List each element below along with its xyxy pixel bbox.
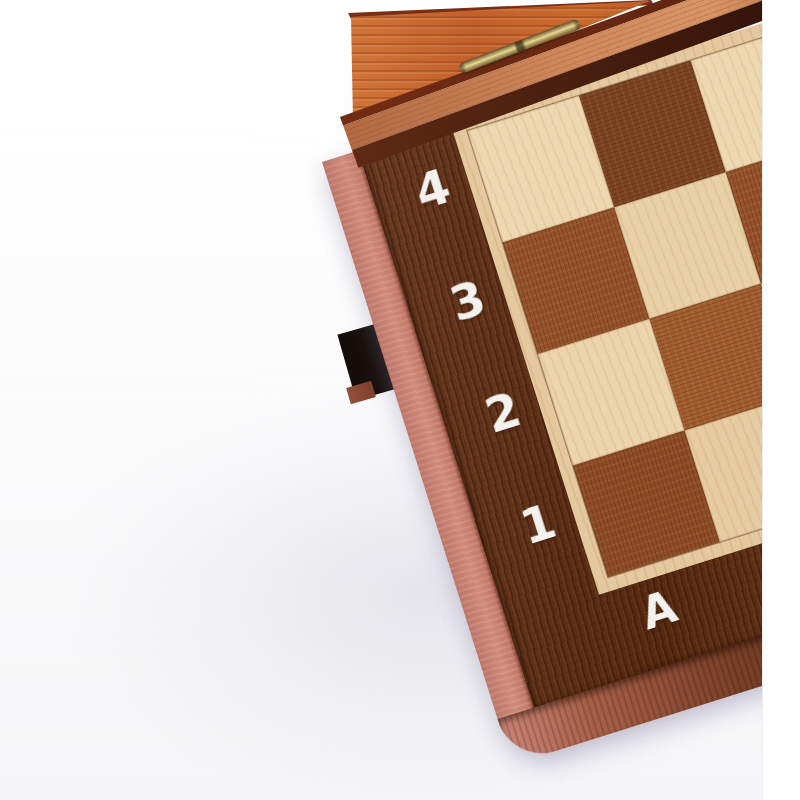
- file-label-text: A: [635, 580, 683, 639]
- rank-label-text: 4: [408, 157, 457, 220]
- rank-label-text: 3: [443, 268, 492, 331]
- rank-label-text: 1: [514, 492, 563, 555]
- photo-right-margin: [762, 0, 800, 800]
- product-photo: 4321 A: [0, 0, 800, 800]
- rank-label-text: 2: [478, 380, 527, 443]
